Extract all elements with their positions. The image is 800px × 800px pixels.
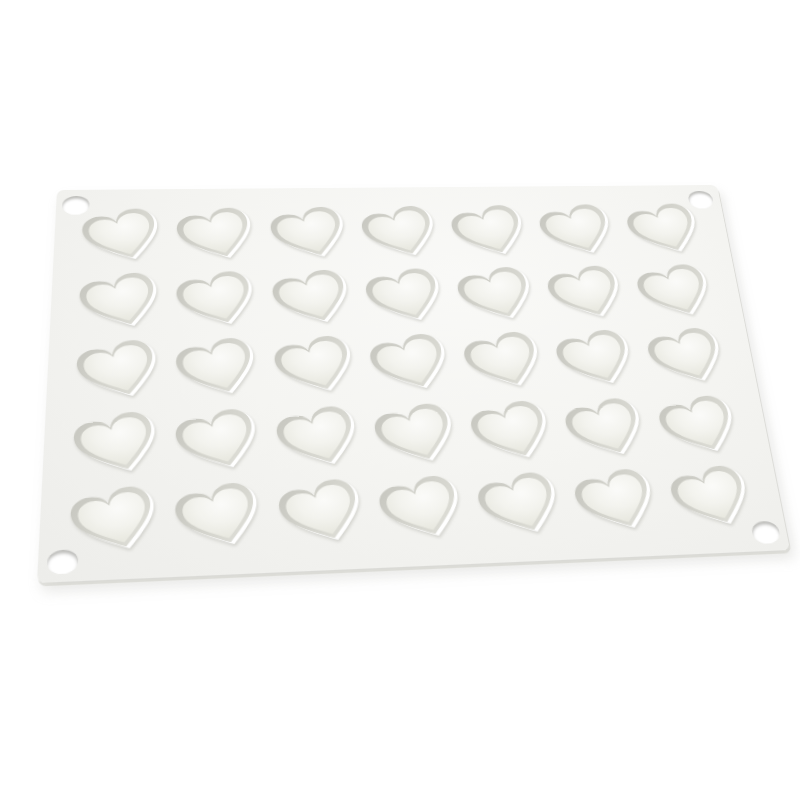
mold-cell (549, 326, 646, 394)
mold-cell (619, 200, 712, 260)
mold-cell (372, 470, 473, 548)
mold-cell (457, 328, 553, 396)
heart-cavity (171, 267, 264, 334)
heart-cavity (67, 407, 167, 483)
mold-cell (533, 201, 625, 262)
heart-cavity (533, 201, 625, 262)
heart-cavity (170, 404, 268, 479)
mold-cell (541, 262, 636, 326)
mold-cell (73, 269, 168, 336)
heart-cavity (558, 393, 657, 465)
mold-cell (464, 396, 563, 468)
heart-cavity (172, 204, 263, 267)
heart-cavity (368, 399, 466, 472)
heart-cavity (73, 269, 168, 336)
heart-cavity (451, 263, 545, 328)
mold-cell (170, 404, 268, 479)
heart-cavity (171, 334, 266, 405)
mold-cell (629, 261, 724, 324)
mold-cell (76, 205, 169, 269)
mold-cell (356, 202, 447, 264)
heart-cavity (270, 401, 368, 475)
heart-cavity (76, 205, 169, 269)
heart-cavity (364, 330, 460, 399)
mold-cell (272, 474, 372, 552)
mold-cell (471, 467, 573, 544)
heart-cavity (372, 470, 473, 548)
mold-cell (268, 332, 363, 402)
heart-cavity (272, 474, 372, 552)
mold-cell (451, 263, 545, 328)
mold-cell (368, 399, 466, 472)
mold-cell (270, 401, 368, 475)
heart-cavity (471, 467, 573, 544)
mold-cell (67, 407, 167, 483)
heart-cavity (360, 265, 454, 330)
mold-cell (63, 481, 166, 561)
mold-cell (171, 334, 266, 405)
mold-cell (360, 265, 454, 330)
mold-cell (70, 336, 168, 407)
mold-cell (172, 204, 263, 267)
heart-cavity (267, 266, 360, 332)
mold-cell (170, 477, 270, 556)
heart-cavity (549, 326, 646, 394)
mold-cell (567, 464, 669, 540)
heart-cavity (265, 203, 356, 265)
mold-cell (639, 324, 736, 391)
heart-cavity (619, 200, 712, 260)
heart-cavity (662, 461, 765, 536)
heart-cavity (445, 202, 537, 263)
silicone-mold-mat (37, 185, 790, 583)
mold-cell (171, 267, 264, 334)
mold-cell (267, 266, 360, 332)
mold-cell (364, 330, 460, 399)
heart-cavity (356, 202, 447, 264)
product-photo-scene (0, 0, 800, 800)
heart-cavity (63, 481, 166, 561)
heart-cavity (170, 477, 270, 556)
mold-cell (662, 461, 765, 536)
heart-cavity (457, 328, 553, 396)
heart-cavity (650, 391, 750, 462)
heart-cavity (639, 324, 736, 391)
cavity-grid (37, 185, 790, 583)
heart-cavity (70, 336, 168, 407)
mold-cell (445, 202, 537, 263)
heart-cavity (629, 261, 724, 324)
heart-cavity (464, 396, 563, 468)
mold-cell (558, 393, 657, 465)
heart-cavity (567, 464, 669, 540)
heart-cavity (268, 332, 363, 402)
heart-cavity (541, 262, 636, 326)
mold-cell (265, 203, 356, 265)
mold-cell (650, 391, 750, 462)
